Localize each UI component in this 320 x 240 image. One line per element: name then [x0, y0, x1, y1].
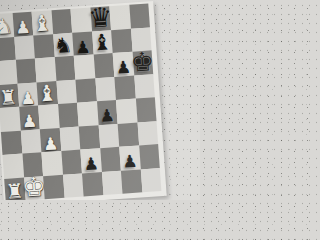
- square-b2: [22, 152, 43, 177]
- square-g6: ♝: [92, 30, 113, 55]
- square-b8: [139, 144, 160, 169]
- square-d2: ♟: [19, 105, 40, 130]
- square-a3: [43, 174, 64, 199]
- square-f7: ♟: [113, 52, 134, 77]
- black-pawn: ♟: [115, 59, 131, 76]
- square-b3: [41, 151, 62, 176]
- square-g2: [14, 35, 35, 60]
- square-f6: [93, 53, 114, 78]
- square-a2: ♚: [24, 176, 45, 200]
- square-g4: ♞: [53, 32, 74, 57]
- square-a7: [121, 169, 142, 194]
- black-pawn: ♟: [122, 153, 138, 170]
- square-e6: [95, 77, 116, 102]
- square-e8: [134, 74, 155, 99]
- white-rook: ♜: [0, 88, 18, 108]
- square-h2: ♟: [12, 12, 33, 37]
- square-d8: [135, 97, 156, 122]
- square-a5: [82, 172, 103, 197]
- black-king: ♚: [130, 49, 155, 75]
- square-b1: [2, 154, 23, 179]
- square-f1: [0, 60, 17, 85]
- square-a1: ♜: [4, 177, 25, 200]
- square-b6: [100, 147, 121, 172]
- square-e7: [114, 75, 135, 100]
- white-rook: ♜: [5, 182, 24, 200]
- square-d6: ♟: [96, 100, 117, 125]
- white-pawn: ♟: [42, 135, 58, 152]
- square-h4: [51, 9, 72, 34]
- square-c2: [20, 129, 41, 154]
- square-h7: [109, 5, 130, 30]
- chess-board-grid: ♞♟♝♛♞♟♝♟♚♜♟♝♟♟♟♟♟♜♚: [0, 3, 161, 200]
- square-b5: ♟: [80, 148, 101, 173]
- square-a8: [140, 168, 161, 193]
- square-a6: [101, 170, 122, 195]
- white-bishop: ♝: [37, 83, 58, 105]
- square-h3: ♝: [32, 10, 53, 35]
- square-g5: ♟: [72, 31, 93, 56]
- square-g8: [130, 27, 151, 52]
- square-c3: ♟: [40, 127, 61, 152]
- square-c5: [79, 125, 100, 150]
- square-e2: ♟: [17, 82, 38, 107]
- square-f2: [15, 59, 36, 84]
- square-b4: [61, 150, 82, 175]
- square-f4: [54, 56, 75, 81]
- square-e3: ♝: [36, 81, 57, 106]
- white-knight: ♞: [0, 17, 13, 38]
- square-c1: [1, 130, 22, 155]
- square-c4: [59, 126, 80, 151]
- square-d1: [0, 107, 20, 132]
- square-c8: [137, 121, 158, 146]
- white-pawn: ♟: [20, 89, 36, 106]
- square-d5: [77, 101, 98, 126]
- square-e1: ♜: [0, 83, 19, 108]
- white-pawn: ♟: [15, 19, 31, 36]
- square-e5: [75, 78, 96, 103]
- black-pawn: ♟: [99, 107, 115, 124]
- square-f3: [35, 57, 56, 82]
- black-bishop: ♝: [92, 32, 113, 54]
- square-f8: ♚: [132, 50, 153, 75]
- photo-of-chess-position: { "game": "chess", "scene": "black-and-w…: [0, 0, 200, 200]
- square-a4: [62, 173, 83, 198]
- square-d3: [38, 104, 59, 129]
- square-c7: [118, 122, 139, 147]
- white-bishop: ♝: [32, 13, 53, 35]
- square-f5: [74, 54, 95, 79]
- square-b7: ♟: [119, 145, 140, 170]
- black-pawn: ♟: [75, 38, 91, 55]
- square-h5: [70, 8, 91, 33]
- chess-board: ♞♟♝♛♞♟♝♟♚♜♟♝♟♟♟♟♟♜♚: [0, 1, 167, 200]
- square-e4: [56, 79, 77, 104]
- black-pawn: ♟: [83, 156, 99, 173]
- square-h8: [129, 3, 150, 28]
- square-g7: [111, 28, 132, 53]
- square-g3: [33, 34, 54, 59]
- white-pawn: ♟: [21, 113, 37, 130]
- black-knight: ♞: [53, 36, 73, 57]
- square-d7: [116, 99, 137, 124]
- square-h6: ♛: [90, 6, 111, 31]
- square-c6: [98, 123, 119, 148]
- square-d4: [58, 103, 79, 128]
